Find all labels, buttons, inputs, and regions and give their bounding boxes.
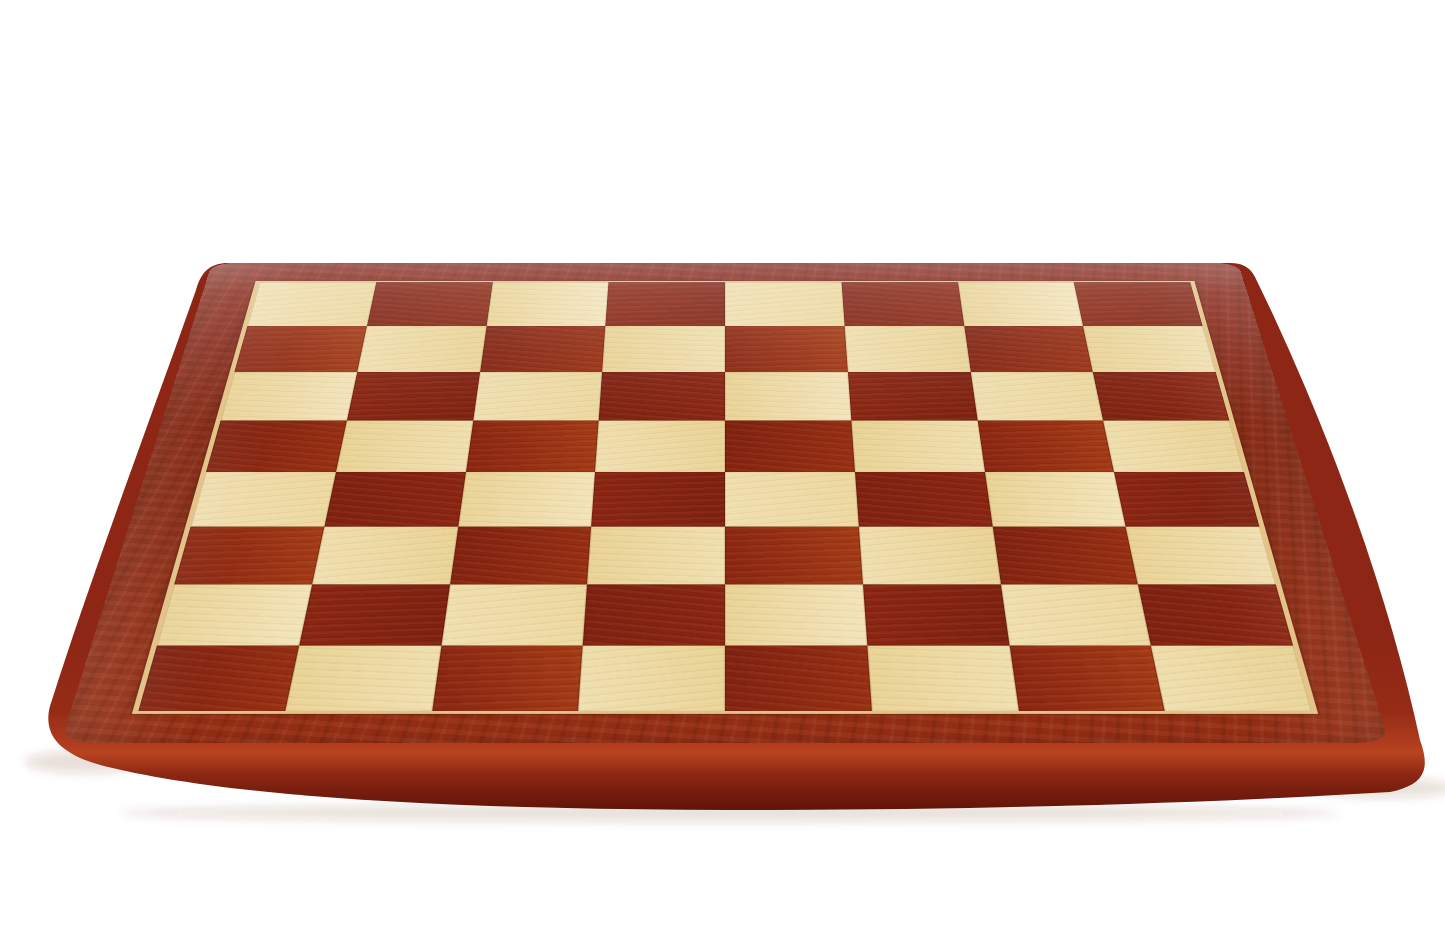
chess-board bbox=[60, 263, 1389, 743]
square-e5[interactable] bbox=[725, 421, 855, 472]
square-c4[interactable] bbox=[458, 472, 595, 526]
square-e3[interactable] bbox=[725, 526, 863, 584]
square-d6[interactable] bbox=[599, 372, 725, 421]
square-b8[interactable] bbox=[367, 282, 493, 326]
square-d8[interactable] bbox=[606, 282, 725, 326]
square-b7[interactable] bbox=[357, 326, 486, 372]
square-g3[interactable] bbox=[992, 526, 1138, 584]
square-b6[interactable] bbox=[347, 372, 480, 421]
maple-inlay-border bbox=[132, 281, 1318, 714]
square-a8[interactable] bbox=[247, 282, 376, 326]
square-b3[interactable] bbox=[312, 526, 458, 584]
square-e8[interactable] bbox=[725, 282, 844, 326]
square-h8[interactable] bbox=[1074, 282, 1203, 326]
square-d7[interactable] bbox=[602, 326, 725, 372]
square-c8[interactable] bbox=[486, 282, 609, 326]
square-f7[interactable] bbox=[844, 326, 970, 372]
square-e4[interactable] bbox=[725, 472, 859, 526]
square-c2[interactable] bbox=[441, 584, 587, 645]
square-a5[interactable] bbox=[206, 421, 347, 472]
square-c7[interactable] bbox=[480, 326, 606, 372]
square-a2[interactable] bbox=[157, 584, 312, 645]
square-d4[interactable] bbox=[591, 472, 725, 526]
square-f8[interactable] bbox=[841, 282, 964, 326]
square-e6[interactable] bbox=[725, 372, 851, 421]
square-h4[interactable] bbox=[1114, 472, 1259, 526]
square-f1[interactable] bbox=[867, 646, 1018, 711]
square-a7[interactable] bbox=[234, 326, 366, 372]
square-c3[interactable] bbox=[450, 526, 592, 584]
square-a3[interactable] bbox=[174, 526, 324, 584]
square-d5[interactable] bbox=[595, 421, 725, 472]
square-f5[interactable] bbox=[851, 421, 984, 472]
square-e1[interactable] bbox=[725, 646, 872, 711]
square-e7[interactable] bbox=[725, 326, 848, 372]
square-g2[interactable] bbox=[1000, 584, 1151, 645]
board-grid bbox=[138, 282, 1311, 711]
square-f6[interactable] bbox=[848, 372, 978, 421]
photo-stage bbox=[0, 0, 1445, 948]
square-g8[interactable] bbox=[958, 282, 1084, 326]
square-g7[interactable] bbox=[964, 326, 1093, 372]
square-d1[interactable] bbox=[578, 646, 725, 711]
square-a1[interactable] bbox=[138, 646, 299, 711]
square-c1[interactable] bbox=[432, 646, 583, 711]
square-f4[interactable] bbox=[855, 472, 992, 526]
square-f3[interactable] bbox=[859, 526, 1001, 584]
square-b2[interactable] bbox=[299, 584, 450, 645]
square-b1[interactable] bbox=[285, 646, 441, 711]
square-h1[interactable] bbox=[1151, 646, 1312, 711]
square-h5[interactable] bbox=[1103, 421, 1244, 472]
square-g5[interactable] bbox=[977, 421, 1114, 472]
square-a4[interactable] bbox=[191, 472, 336, 526]
square-e2[interactable] bbox=[725, 584, 867, 645]
square-h7[interactable] bbox=[1083, 326, 1215, 372]
square-h3[interactable] bbox=[1126, 526, 1276, 584]
square-h2[interactable] bbox=[1138, 584, 1293, 645]
square-b4[interactable] bbox=[324, 472, 465, 526]
square-b5[interactable] bbox=[336, 421, 473, 472]
square-g4[interactable] bbox=[985, 472, 1126, 526]
square-a6[interactable] bbox=[221, 372, 357, 421]
square-c6[interactable] bbox=[473, 372, 603, 421]
square-d3[interactable] bbox=[587, 526, 725, 584]
square-g6[interactable] bbox=[970, 372, 1103, 421]
square-f2[interactable] bbox=[863, 584, 1009, 645]
square-c5[interactable] bbox=[466, 421, 599, 472]
square-h6[interactable] bbox=[1093, 372, 1229, 421]
square-g1[interactable] bbox=[1009, 646, 1165, 711]
square-d2[interactable] bbox=[583, 584, 725, 645]
